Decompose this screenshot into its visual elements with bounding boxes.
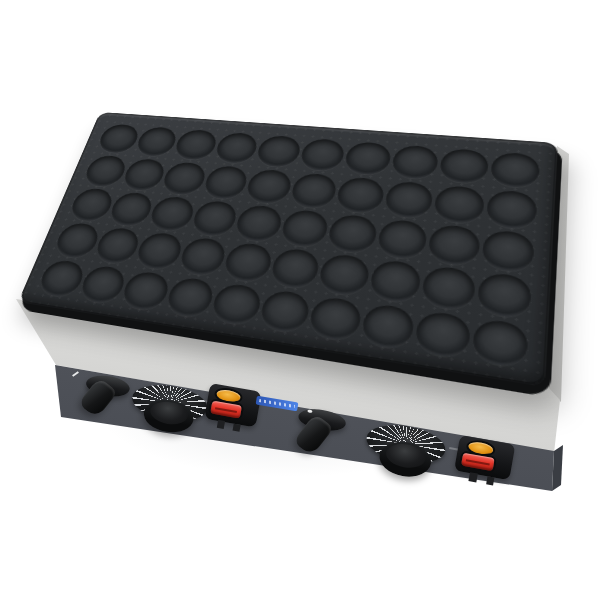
mold — [288, 172, 338, 209]
mold — [383, 180, 435, 219]
mold — [189, 200, 240, 238]
mold — [106, 191, 155, 227]
switch-pin — [217, 420, 225, 429]
mold — [375, 219, 428, 261]
mold — [133, 232, 185, 272]
mold — [298, 138, 347, 172]
mold — [489, 151, 540, 189]
mold — [201, 165, 250, 200]
mold — [133, 126, 180, 158]
knob-indicator-dot — [307, 409, 312, 413]
mold — [420, 265, 476, 312]
mold — [343, 141, 393, 176]
mold — [209, 282, 264, 327]
mold — [120, 158, 168, 192]
mold — [335, 176, 386, 214]
mold — [438, 148, 489, 185]
mold — [176, 237, 228, 278]
mold — [367, 259, 422, 304]
mold — [147, 195, 197, 232]
switch-pin — [468, 472, 477, 482]
mold — [119, 270, 172, 312]
mold — [268, 247, 322, 290]
mold — [92, 227, 143, 266]
mold — [480, 229, 535, 273]
mold — [160, 161, 209, 195]
mold — [485, 189, 538, 230]
mold — [254, 135, 302, 169]
mold — [390, 144, 440, 180]
switch-pin — [486, 476, 494, 485]
temperature-dial-left — [124, 378, 214, 450]
mold — [476, 272, 533, 320]
mold — [172, 129, 219, 161]
mold — [307, 295, 363, 342]
mold — [317, 253, 371, 297]
mold — [233, 204, 284, 243]
mold — [427, 224, 481, 267]
switch-pin — [233, 424, 241, 432]
mold — [278, 209, 330, 249]
mold — [76, 264, 128, 305]
mold — [326, 214, 379, 255]
product-photo — [0, 0, 600, 600]
mold — [433, 185, 485, 225]
mold — [359, 302, 416, 351]
mold — [212, 132, 260, 165]
mold — [257, 288, 312, 334]
mold — [414, 310, 472, 360]
rotary-knob-right — [285, 397, 356, 467]
mold — [244, 168, 294, 204]
mold — [221, 242, 274, 284]
mold — [471, 317, 529, 369]
mold — [163, 276, 217, 320]
